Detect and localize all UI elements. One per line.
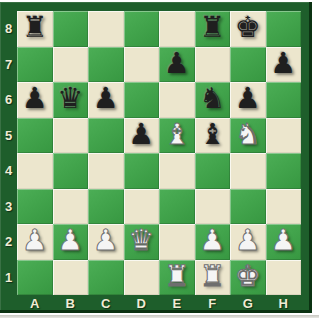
square-d8[interactable]	[124, 11, 160, 47]
file-label-H: H	[266, 295, 302, 312]
piece-white-pawn-g2[interactable]: ♟	[235, 226, 261, 255]
rank-coordinates: 87654321	[0, 11, 17, 295]
square-d6[interactable]	[124, 82, 160, 118]
square-b1[interactable]	[53, 260, 89, 296]
square-f8[interactable]: ♜	[195, 11, 231, 47]
rank-label-8: 8	[0, 11, 17, 47]
square-e5[interactable]: ♝	[159, 118, 195, 154]
square-b5[interactable]	[53, 118, 89, 154]
square-a3[interactable]	[17, 189, 53, 225]
rank-label-1: 1	[0, 260, 17, 296]
square-b6[interactable]: ♛	[53, 82, 89, 118]
square-e6[interactable]	[159, 82, 195, 118]
square-d7[interactable]	[124, 47, 160, 83]
piece-black-bishop-f5[interactable]: ♝	[199, 120, 225, 149]
square-a2[interactable]: ♟	[17, 224, 53, 260]
square-f6[interactable]: ♞	[195, 82, 231, 118]
piece-black-pawn-e7[interactable]: ♟	[164, 49, 190, 78]
square-f7[interactable]	[195, 47, 231, 83]
piece-black-pawn-a6[interactable]: ♟	[22, 84, 48, 113]
chess-board: ♜♜♚♟♟♟♛♟♞♟♟♝♝♞♟♟♟♛♟♟♟♜♜♚	[17, 11, 301, 295]
square-c1[interactable]	[88, 260, 124, 296]
piece-white-pawn-f2[interactable]: ♟	[199, 226, 225, 255]
square-c6[interactable]: ♟	[88, 82, 124, 118]
square-h6[interactable]	[266, 82, 302, 118]
square-e2[interactable]	[159, 224, 195, 260]
piece-black-pawn-g6[interactable]: ♟	[235, 84, 261, 113]
square-g1[interactable]: ♚	[230, 260, 266, 296]
rank-label-5: 5	[0, 118, 17, 154]
square-a5[interactable]	[17, 118, 53, 154]
square-b3[interactable]	[53, 189, 89, 225]
square-d2[interactable]: ♛	[124, 224, 160, 260]
rank-label-2: 2	[0, 224, 17, 260]
square-f4[interactable]	[195, 153, 231, 189]
piece-white-pawn-c2[interactable]: ♟	[93, 226, 119, 255]
piece-white-pawn-b2[interactable]: ♟	[57, 226, 83, 255]
piece-black-king-g8[interactable]: ♚	[235, 13, 261, 42]
square-f1[interactable]: ♜	[195, 260, 231, 296]
square-h7[interactable]: ♟	[266, 47, 302, 83]
square-g8[interactable]: ♚	[230, 11, 266, 47]
rank-label-6: 6	[0, 82, 17, 118]
square-d1[interactable]	[124, 260, 160, 296]
piece-white-bishop-e5[interactable]: ♝	[164, 120, 190, 149]
rank-label-4: 4	[0, 153, 17, 189]
piece-black-knight-f6[interactable]: ♞	[199, 84, 225, 113]
square-h8[interactable]	[266, 11, 302, 47]
square-g2[interactable]: ♟	[230, 224, 266, 260]
square-g4[interactable]	[230, 153, 266, 189]
piece-black-rook-a8[interactable]: ♜	[22, 13, 48, 42]
square-c3[interactable]	[88, 189, 124, 225]
piece-black-queen-b6[interactable]: ♛	[57, 84, 83, 113]
file-label-E: E	[159, 295, 195, 312]
square-b7[interactable]	[53, 47, 89, 83]
square-f2[interactable]: ♟	[195, 224, 231, 260]
file-coordinates: ABCDEFGH	[17, 295, 301, 312]
square-b8[interactable]	[53, 11, 89, 47]
square-e7[interactable]: ♟	[159, 47, 195, 83]
file-label-A: A	[17, 295, 53, 312]
square-e4[interactable]	[159, 153, 195, 189]
square-g5[interactable]: ♞	[230, 118, 266, 154]
square-d3[interactable]	[124, 189, 160, 225]
piece-black-pawn-d5[interactable]: ♟	[128, 120, 154, 149]
square-e8[interactable]	[159, 11, 195, 47]
square-g6[interactable]: ♟	[230, 82, 266, 118]
square-b2[interactable]: ♟	[53, 224, 89, 260]
rank-label-7: 7	[0, 47, 17, 83]
square-h3[interactable]	[266, 189, 302, 225]
square-c2[interactable]: ♟	[88, 224, 124, 260]
page-divider-line	[0, 315, 319, 318]
piece-white-king-g1[interactable]: ♚	[235, 262, 261, 291]
square-h4[interactable]	[266, 153, 302, 189]
square-b4[interactable]	[53, 153, 89, 189]
piece-white-rook-e1[interactable]: ♜	[164, 262, 190, 291]
square-c5[interactable]	[88, 118, 124, 154]
square-h5[interactable]	[266, 118, 302, 154]
square-a8[interactable]: ♜	[17, 11, 53, 47]
board-frame: 87654321 ♜♜♚♟♟♟♛♟♞♟♟♝♝♞♟♟♟♛♟♟♟♜♜♚ ABCDEF…	[0, 2, 312, 313]
square-h2[interactable]: ♟	[266, 224, 302, 260]
square-e3[interactable]	[159, 189, 195, 225]
piece-white-pawn-h2[interactable]: ♟	[270, 226, 296, 255]
piece-white-rook-f1[interactable]: ♜	[199, 262, 225, 291]
file-label-D: D	[124, 295, 160, 312]
square-g3[interactable]	[230, 189, 266, 225]
square-a1[interactable]	[17, 260, 53, 296]
square-c4[interactable]	[88, 153, 124, 189]
square-a6[interactable]: ♟	[17, 82, 53, 118]
piece-white-pawn-a2[interactable]: ♟	[22, 226, 48, 255]
square-d5[interactable]: ♟	[124, 118, 160, 154]
square-a4[interactable]	[17, 153, 53, 189]
square-c8[interactable]	[88, 11, 124, 47]
rank-label-3: 3	[0, 189, 17, 225]
piece-black-pawn-h7[interactable]: ♟	[270, 49, 296, 78]
piece-white-queen-d2[interactable]: ♛	[128, 226, 154, 255]
piece-black-pawn-c6[interactable]: ♟	[93, 84, 119, 113]
file-label-G: G	[230, 295, 266, 312]
square-e1[interactable]: ♜	[159, 260, 195, 296]
square-h1[interactable]	[266, 260, 302, 296]
piece-black-rook-f8[interactable]: ♜	[199, 13, 225, 42]
square-d4[interactable]	[124, 153, 160, 189]
file-label-C: C	[88, 295, 124, 312]
square-f3[interactable]	[195, 189, 231, 225]
square-a7[interactable]	[17, 47, 53, 83]
square-g7[interactable]	[230, 47, 266, 83]
square-c7[interactable]	[88, 47, 124, 83]
file-label-F: F	[195, 295, 231, 312]
square-f5[interactable]: ♝	[195, 118, 231, 154]
file-label-B: B	[53, 295, 89, 312]
piece-white-knight-g5[interactable]: ♞	[235, 120, 261, 149]
